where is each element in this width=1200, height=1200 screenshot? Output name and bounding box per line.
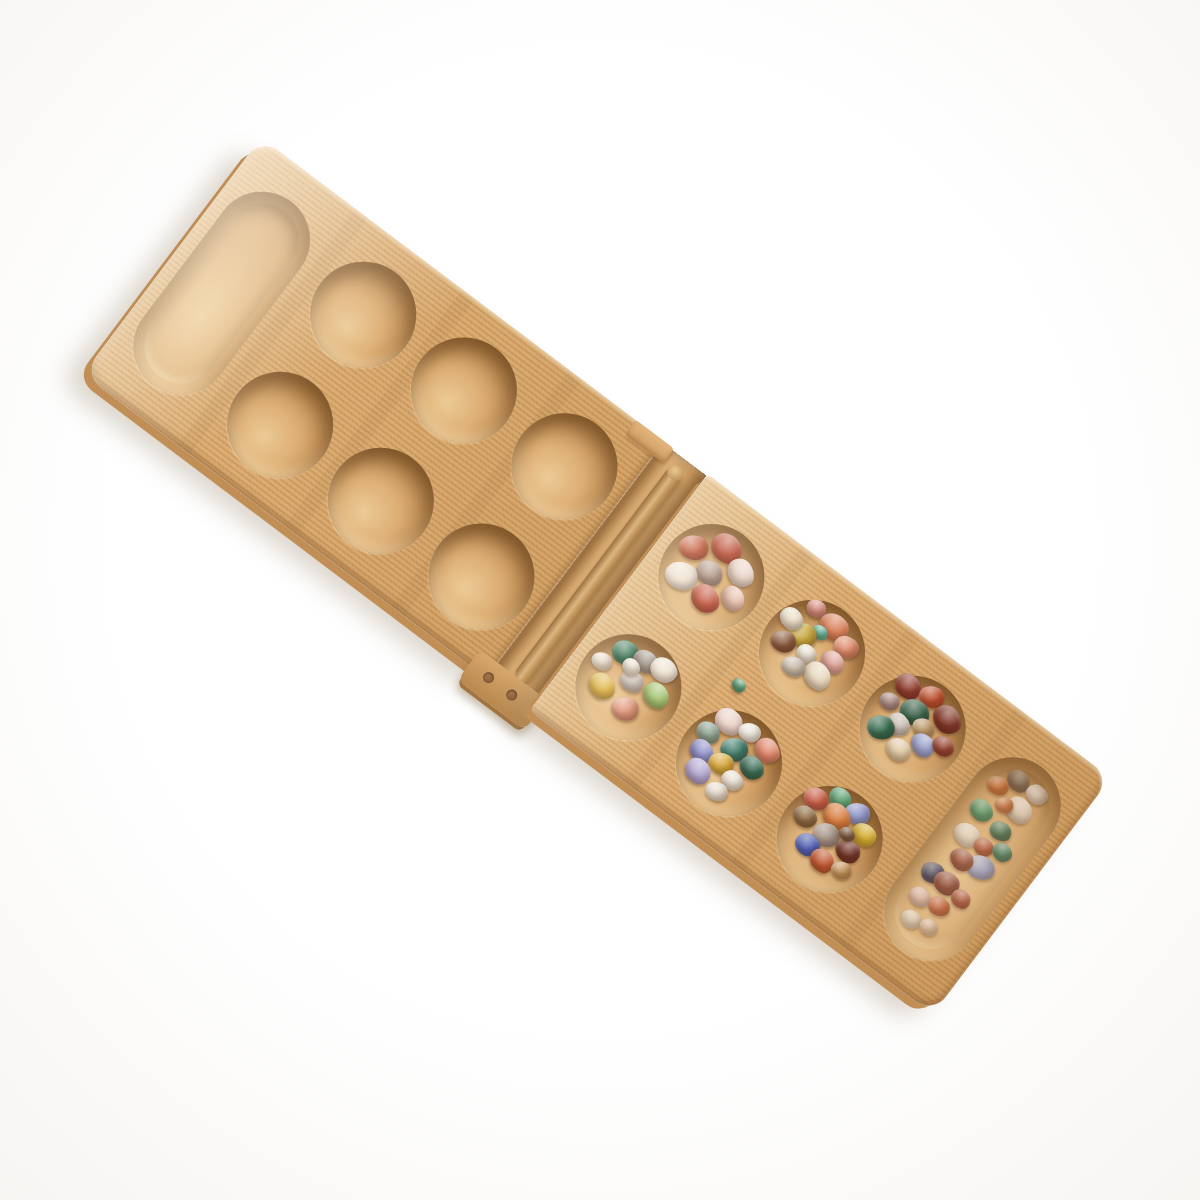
- gem-stone: [607, 692, 642, 725]
- pit-bottom-6[interactable]: [755, 765, 903, 913]
- gem-stone: [928, 732, 958, 761]
- scene: [0, 0, 1200, 1200]
- pit-top-6[interactable]: [838, 654, 986, 802]
- gem-stone: [729, 676, 748, 695]
- mancala-board: [83, 138, 1111, 1015]
